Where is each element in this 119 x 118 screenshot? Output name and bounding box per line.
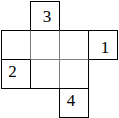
cell-label: 3 bbox=[43, 8, 52, 25]
cell-r1c3: 1 bbox=[88, 30, 118, 60]
cell-label: 1 bbox=[101, 39, 110, 56]
cell-r0c1: 3 bbox=[30, 1, 60, 31]
cell-r3c2: 4 bbox=[59, 88, 89, 118]
cell-r2c2 bbox=[59, 59, 89, 89]
cell-label: 2 bbox=[8, 63, 17, 80]
cell-label: 4 bbox=[67, 92, 76, 109]
cell-r1c1 bbox=[30, 30, 60, 60]
cell-r1c0 bbox=[1, 30, 31, 60]
cell-r2c1 bbox=[30, 59, 60, 89]
cell-r1c2 bbox=[59, 30, 89, 60]
cell-r2c0: 2 bbox=[1, 59, 31, 89]
puzzle-figure: 3124 bbox=[0, 0, 119, 118]
